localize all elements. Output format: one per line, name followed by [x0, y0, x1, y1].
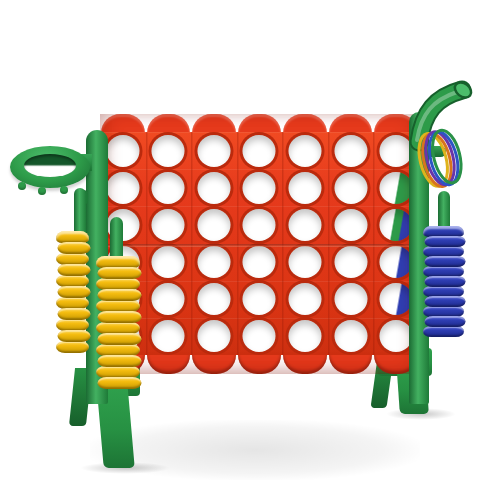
empty-hole	[334, 209, 367, 241]
board-top-scalloped-edge	[100, 114, 419, 133]
empty-hole	[152, 320, 185, 352]
hole-r1c3	[191, 132, 237, 169]
blue-disc	[425, 276, 466, 287]
tube-opening	[452, 79, 474, 100]
board-scallop	[101, 114, 145, 133]
left-rear-disc-post	[74, 188, 86, 236]
hole-r1c5	[282, 132, 328, 169]
empty-hole	[334, 135, 367, 167]
empty-hole	[197, 209, 230, 241]
yellow-disc	[58, 264, 91, 276]
board-scallop	[147, 355, 191, 374]
empty-hole	[106, 172, 139, 204]
left-front-disc-post	[110, 217, 123, 261]
hole-r6c6	[328, 318, 374, 355]
hole-r2c3	[191, 169, 237, 206]
hole-r2c2	[146, 169, 192, 206]
yellow-disc	[58, 330, 91, 342]
empty-hole	[197, 135, 230, 167]
board-scallop	[329, 114, 373, 133]
empty-hole	[243, 135, 276, 167]
empty-hole	[289, 135, 322, 167]
yellow-disc	[98, 289, 142, 301]
empty-hole	[152, 135, 185, 167]
yellow-disc-stack-front	[96, 257, 140, 389]
empty-hole	[197, 172, 230, 204]
blue-toss-ring	[425, 129, 463, 188]
hole-r6c5	[282, 318, 328, 355]
hole-r4c6	[328, 244, 374, 281]
yellow-disc	[58, 286, 91, 298]
hole-r1c4	[237, 132, 283, 169]
yellow-disc	[98, 355, 142, 367]
empty-hole	[152, 246, 185, 278]
board-scallop	[147, 114, 191, 133]
empty-hole	[152, 209, 185, 241]
hole-r5c4	[237, 281, 283, 318]
empty-hole	[243, 283, 276, 315]
empty-hole	[243, 246, 276, 278]
hole-r3c4	[237, 206, 283, 243]
empty-hole	[152, 283, 185, 315]
empty-hole	[106, 135, 139, 167]
empty-hole	[334, 246, 367, 278]
hole-r3c2	[146, 206, 192, 243]
empty-hole	[380, 246, 413, 278]
board-middle-seam	[100, 244, 419, 247]
hole-r5c6	[328, 281, 374, 318]
hole-r1c6	[328, 132, 374, 169]
board-scallop	[238, 114, 282, 133]
yellow-disc	[58, 308, 91, 320]
board-scallop	[283, 355, 327, 374]
empty-hole	[243, 320, 276, 352]
empty-hole	[380, 320, 413, 352]
hoop-nub	[18, 182, 26, 190]
hole-r1c2	[146, 132, 192, 169]
hole-r4c4	[237, 244, 283, 281]
hole-r5c3	[191, 281, 237, 318]
empty-hole	[197, 283, 230, 315]
hole-r3c5	[282, 206, 328, 243]
empty-hole	[289, 209, 322, 241]
ring-hook	[426, 146, 446, 157]
empty-hole	[380, 209, 413, 241]
board-scallop	[192, 114, 236, 133]
empty-hole	[197, 320, 230, 352]
connect-four-board	[100, 114, 419, 374]
yellow-disc	[56, 341, 89, 353]
hoop-nub	[38, 187, 46, 195]
yellow-disc	[98, 311, 142, 323]
right-disc-post	[438, 191, 450, 231]
hole-r4c3	[191, 244, 237, 281]
empty-hole	[197, 246, 230, 278]
board-scallop	[329, 355, 373, 374]
yellow-disc	[98, 333, 142, 345]
empty-hole	[289, 172, 322, 204]
board-scallop	[238, 355, 282, 374]
hole-r2c4	[237, 169, 283, 206]
hole-r6c2	[146, 318, 192, 355]
board-scallop	[192, 355, 236, 374]
blue-disc	[425, 296, 466, 307]
yellow-disc-stack-rear	[56, 232, 89, 353]
empty-hole	[380, 283, 413, 315]
hole-r2c6	[328, 169, 374, 206]
empty-hole	[334, 320, 367, 352]
blue-disc-stack	[423, 227, 464, 337]
empty-hole	[334, 283, 367, 315]
yellow-disc	[98, 377, 142, 389]
blue-disc	[425, 316, 466, 327]
hole-r3c6	[328, 206, 374, 243]
empty-hole	[152, 172, 185, 204]
hole-r4c2	[146, 244, 192, 281]
empty-hole	[289, 246, 322, 278]
blue-disc	[425, 236, 466, 247]
hole-r5c2	[146, 281, 192, 318]
empty-hole	[334, 172, 367, 204]
empty-hole	[289, 320, 322, 352]
yellow-disc	[98, 267, 142, 279]
empty-hole	[380, 172, 413, 204]
hole-r5c5	[282, 281, 328, 318]
hole-r2c5	[282, 169, 328, 206]
board-scallop	[283, 114, 327, 133]
hole-r4c5	[282, 244, 328, 281]
hoop-nub	[60, 186, 68, 194]
empty-hole	[380, 135, 413, 167]
hole-r6c4	[237, 318, 283, 355]
hoop-opening	[24, 154, 76, 177]
empty-hole	[289, 283, 322, 315]
empty-hole	[243, 172, 276, 204]
hole-r6c3	[191, 318, 237, 355]
board-bottom-scalloped-edge	[100, 355, 419, 374]
hole-r3c3	[191, 206, 237, 243]
blue-disc	[425, 256, 466, 267]
empty-hole	[243, 209, 276, 241]
yellow-disc	[58, 242, 91, 254]
product-photo-giant-connect-four	[0, 0, 500, 500]
blue-disc	[423, 326, 464, 337]
